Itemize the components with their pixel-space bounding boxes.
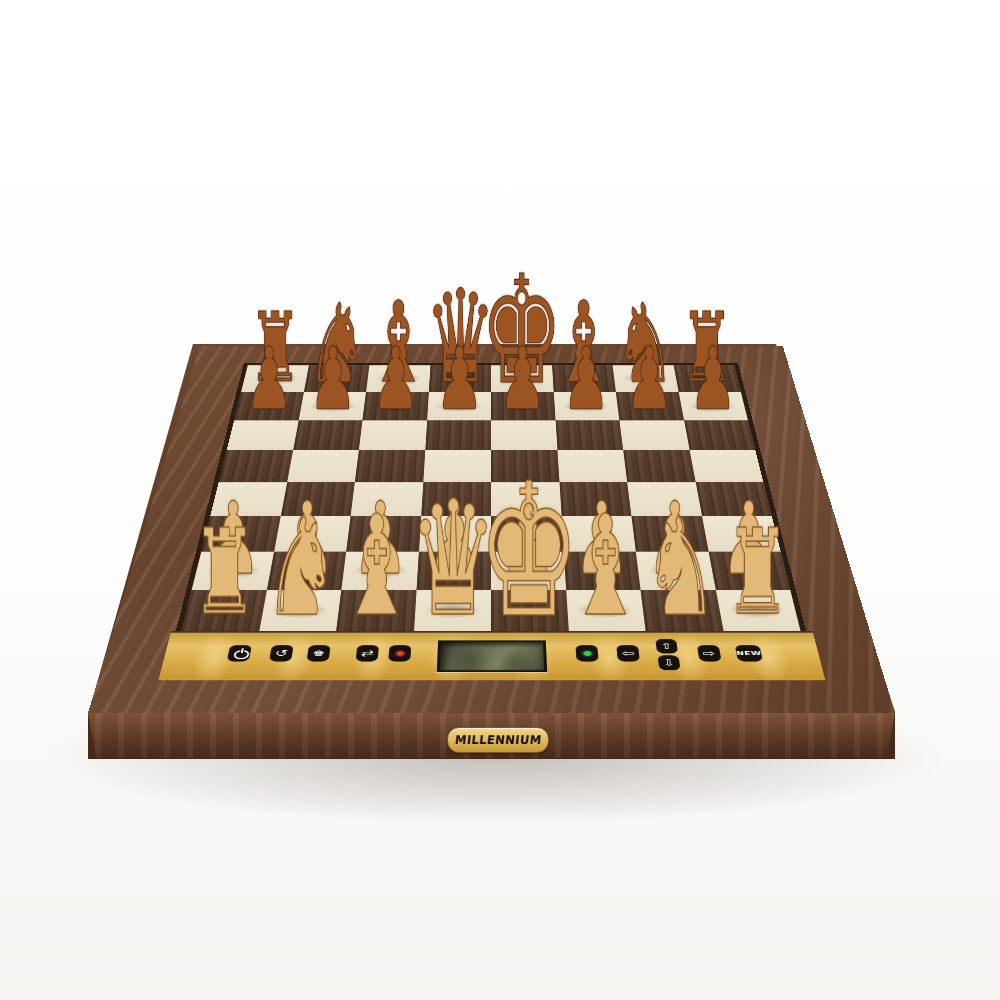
square-a5 bbox=[219, 450, 293, 482]
square-h1: ♜ bbox=[715, 590, 800, 631]
square-g1: ♞ bbox=[641, 590, 723, 631]
arrow-down-icon: ⇩ bbox=[657, 655, 680, 670]
arrow-left-icon: ⇦ bbox=[616, 645, 640, 662]
white-rook: ♜ bbox=[724, 513, 790, 631]
undo-arrow-icon: ↺ bbox=[269, 645, 294, 662]
square-b1: ♞ bbox=[259, 590, 341, 631]
square-h7: ♟ bbox=[678, 392, 748, 420]
square-a6 bbox=[227, 420, 299, 450]
square-f1: ♝ bbox=[566, 590, 646, 631]
square-c1: ♝ bbox=[336, 590, 416, 631]
dark-pawn: ♟ bbox=[435, 335, 483, 421]
swap-button[interactable]: ⇄ bbox=[355, 645, 379, 662]
green-dot-button[interactable] bbox=[575, 645, 598, 662]
square-a1: ♜ bbox=[181, 590, 266, 631]
red-dot-button[interactable] bbox=[388, 645, 411, 662]
dark-pawn: ♟ bbox=[245, 335, 293, 421]
red-dot bbox=[396, 651, 404, 656]
square-h5 bbox=[689, 450, 763, 482]
dark-pawn: ♟ bbox=[689, 335, 737, 421]
down-arrow-button[interactable]: ⇩ bbox=[657, 655, 680, 670]
lcd-display bbox=[437, 640, 547, 672]
white-knight: ♞ bbox=[644, 500, 719, 635]
product-photo-stage: MILLENNIUM ♜♞♝♛♚♝♞♜♟♟♟♟♟♟♟♟♟♟♟♟♟♟♟♟♜♞♝♛♚… bbox=[0, 0, 1000, 1000]
power-button[interactable] bbox=[227, 645, 252, 662]
green-dot bbox=[583, 651, 591, 656]
new-game-button[interactable]: NEW bbox=[735, 645, 763, 662]
king-button[interactable]: ♚ bbox=[306, 645, 330, 662]
cycle-arrows-icon: ⇄ bbox=[355, 645, 379, 662]
arrow-right-icon: ⇨ bbox=[697, 645, 722, 662]
dark-pawn: ♟ bbox=[562, 335, 610, 421]
square-h6 bbox=[684, 420, 756, 450]
left-arrow-button[interactable]: ⇦ bbox=[616, 645, 640, 662]
crown-icon: ♚ bbox=[306, 645, 330, 662]
dark-pawn: ♟ bbox=[372, 335, 420, 421]
square-g5 bbox=[623, 450, 695, 482]
square-b7: ♟ bbox=[298, 392, 366, 420]
square-g6 bbox=[619, 420, 689, 450]
square-b6 bbox=[293, 420, 363, 450]
square-g7: ♟ bbox=[616, 392, 684, 420]
new-button-label: NEW bbox=[735, 645, 763, 662]
white-bishop: ♝ bbox=[338, 497, 415, 635]
square-e7: ♟ bbox=[491, 392, 555, 420]
checkerboard-8x8: ♜♞♝♛♚♝♞♜♟♟♟♟♟♟♟♟♟♟♟♟♟♟♟♟♜♞♝♛♚♝♞♜ bbox=[181, 365, 800, 631]
square-f7: ♟ bbox=[553, 392, 619, 420]
square-a7: ♟ bbox=[234, 392, 304, 420]
dark-pawn: ♟ bbox=[499, 335, 547, 421]
dark-pawn: ♟ bbox=[625, 335, 673, 421]
control-panel: ↺ ♚ ⇄ ⇦ ⇧ ⇩ ⇨ bbox=[158, 631, 825, 681]
up-arrow-button[interactable]: ⇧ bbox=[655, 639, 678, 654]
square-d7: ♟ bbox=[427, 392, 491, 420]
square-e1: ♚ bbox=[491, 590, 568, 631]
arrow-up-icon: ⇧ bbox=[655, 639, 678, 654]
power-icon bbox=[233, 650, 250, 659]
scene: ♜♞♝♛♚♝♞♜♟♟♟♟♟♟♟♟♟♟♟♟♟♟♟♟♜♞♝♛♚♝♞♜ ↺ ♚ ⇄ bbox=[0, 0, 1000, 1000]
white-knight: ♞ bbox=[263, 500, 338, 635]
chess-board: ♜♞♝♛♚♝♞♜♟♟♟♟♟♟♟♟♟♟♟♟♟♟♟♟♜♞♝♛♚♝♞♜ ↺ ♚ ⇄ bbox=[88, 346, 895, 713]
dark-pawn: ♟ bbox=[309, 335, 357, 421]
right-arrow-button[interactable]: ⇨ bbox=[697, 645, 722, 662]
square-c7: ♟ bbox=[363, 392, 429, 420]
square-b5 bbox=[287, 450, 359, 482]
square-c6 bbox=[359, 420, 427, 450]
white-king: ♚ bbox=[478, 459, 581, 643]
white-bishop: ♝ bbox=[567, 497, 644, 635]
takeback-button[interactable]: ↺ bbox=[269, 645, 294, 662]
white-rook: ♜ bbox=[192, 513, 258, 631]
